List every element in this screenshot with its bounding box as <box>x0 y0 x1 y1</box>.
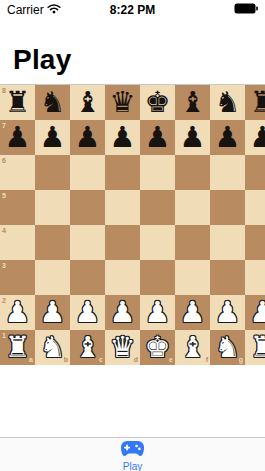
square-h3[interactable] <box>245 260 265 295</box>
square-b2[interactable]: ♟ <box>35 295 70 330</box>
file-label-g: g <box>239 356 243 363</box>
square-c6[interactable] <box>70 155 105 190</box>
square-a7[interactable]: 7♟ <box>0 120 35 155</box>
rank-label-2: 2 <box>2 297 6 304</box>
rank-label-4: 4 <box>2 227 6 234</box>
square-h8[interactable]: ♜ <box>245 85 265 120</box>
piece-black-king: ♚ <box>140 85 175 120</box>
piece-black-pawn: ♟ <box>210 120 245 155</box>
rank-label-5: 5 <box>2 192 6 199</box>
piece-black-pawn: ♟ <box>105 120 140 155</box>
square-b7[interactable]: ♟ <box>35 120 70 155</box>
nav-bar: Play <box>0 20 265 85</box>
square-f6[interactable] <box>175 155 210 190</box>
file-label-d: d <box>134 356 138 363</box>
piece-white-pawn: ♟ <box>105 295 140 330</box>
file-label-a: a <box>29 356 33 363</box>
carrier-label: Carrier <box>7 3 44 17</box>
square-h7[interactable]: ♟ <box>245 120 265 155</box>
square-a3[interactable]: 3 <box>0 260 35 295</box>
piece-white-rook: ♜ <box>245 330 265 365</box>
square-c8[interactable]: ♝ <box>70 85 105 120</box>
square-h2[interactable]: ♟ <box>245 295 265 330</box>
board-container: 8♜♞♝♛♚♝♞♜7♟♟♟♟♟♟♟♟65432♟♟♟♟♟♟♟♟1a♜b♞c♝d♛… <box>0 85 265 365</box>
square-c5[interactable] <box>70 190 105 225</box>
piece-white-pawn: ♟ <box>35 295 70 330</box>
piece-white-pawn: ♟ <box>210 295 245 330</box>
square-f5[interactable] <box>175 190 210 225</box>
square-b6[interactable] <box>35 155 70 190</box>
square-c4[interactable] <box>70 225 105 260</box>
square-f1[interactable]: f♝ <box>175 330 210 365</box>
square-a2[interactable]: 2♟ <box>0 295 35 330</box>
square-c1[interactable]: c♝ <box>70 330 105 365</box>
piece-black-pawn: ♟ <box>35 120 70 155</box>
square-f2[interactable]: ♟ <box>175 295 210 330</box>
piece-black-bishop: ♝ <box>70 85 105 120</box>
piece-black-knight: ♞ <box>35 85 70 120</box>
square-d7[interactable]: ♟ <box>105 120 140 155</box>
square-e5[interactable] <box>140 190 175 225</box>
square-d3[interactable] <box>105 260 140 295</box>
square-a5[interactable]: 5 <box>0 190 35 225</box>
square-h6[interactable] <box>245 155 265 190</box>
square-e6[interactable] <box>140 155 175 190</box>
rank-label-7: 7 <box>2 122 6 129</box>
square-a4[interactable]: 4 <box>0 225 35 260</box>
square-a8[interactable]: 8♜ <box>0 85 35 120</box>
square-g4[interactable] <box>210 225 245 260</box>
square-c3[interactable] <box>70 260 105 295</box>
piece-black-pawn: ♟ <box>245 120 265 155</box>
square-g6[interactable] <box>210 155 245 190</box>
rank-label-6: 6 <box>2 157 6 164</box>
square-e7[interactable]: ♟ <box>140 120 175 155</box>
square-h4[interactable] <box>245 225 265 260</box>
square-g5[interactable] <box>210 190 245 225</box>
rank-label-1: 1 <box>2 332 6 339</box>
piece-black-pawn: ♟ <box>140 120 175 155</box>
square-e3[interactable] <box>140 260 175 295</box>
square-a1[interactable]: 1a♜ <box>0 330 35 365</box>
square-c7[interactable]: ♟ <box>70 120 105 155</box>
square-b3[interactable] <box>35 260 70 295</box>
square-d4[interactable] <box>105 225 140 260</box>
square-d2[interactable]: ♟ <box>105 295 140 330</box>
piece-black-rook: ♜ <box>245 85 265 120</box>
square-e4[interactable] <box>140 225 175 260</box>
wifi-icon <box>47 3 61 17</box>
square-d8[interactable]: ♛ <box>105 85 140 120</box>
file-label-f: f <box>206 356 208 363</box>
square-g1[interactable]: g♞ <box>210 330 245 365</box>
piece-black-knight: ♞ <box>210 85 245 120</box>
square-h5[interactable] <box>245 190 265 225</box>
piece-white-pawn: ♟ <box>175 295 210 330</box>
gamepad-icon <box>121 441 144 460</box>
square-c2[interactable]: ♟ <box>70 295 105 330</box>
square-b4[interactable] <box>35 225 70 260</box>
square-d6[interactable] <box>105 155 140 190</box>
square-g7[interactable]: ♟ <box>210 120 245 155</box>
square-e1[interactable]: e♚ <box>140 330 175 365</box>
square-e2[interactable]: ♟ <box>140 295 175 330</box>
rank-label-3: 3 <box>2 262 6 269</box>
square-b1[interactable]: b♞ <box>35 330 70 365</box>
chess-board: 8♜♞♝♛♚♝♞♜7♟♟♟♟♟♟♟♟65432♟♟♟♟♟♟♟♟1a♜b♞c♝d♛… <box>0 85 265 365</box>
file-label-b: b <box>64 356 68 363</box>
piece-black-pawn: ♟ <box>175 120 210 155</box>
square-a6[interactable]: 6 <box>0 155 35 190</box>
tab-play-label: Play <box>123 461 142 471</box>
square-f3[interactable] <box>175 260 210 295</box>
piece-black-pawn: ♟ <box>70 120 105 155</box>
status-bar: Carrier 8:22 PM <box>0 0 265 20</box>
square-e8[interactable]: ♚ <box>140 85 175 120</box>
square-f8[interactable]: ♝ <box>175 85 210 120</box>
square-d5[interactable] <box>105 190 140 225</box>
square-g3[interactable] <box>210 260 245 295</box>
square-f7[interactable]: ♟ <box>175 120 210 155</box>
square-g2[interactable]: ♟ <box>210 295 245 330</box>
piece-black-queen: ♛ <box>105 85 140 120</box>
square-f4[interactable] <box>175 225 210 260</box>
piece-white-pawn: ♟ <box>245 295 265 330</box>
rank-label-8: 8 <box>2 87 6 94</box>
file-label-c: c <box>99 356 103 363</box>
square-b5[interactable] <box>35 190 70 225</box>
square-g8[interactable]: ♞ <box>210 85 245 120</box>
tab-bar: Play <box>0 437 265 471</box>
file-label-e: e <box>169 356 173 363</box>
square-b8[interactable]: ♞ <box>35 85 70 120</box>
piece-white-pawn: ♟ <box>70 295 105 330</box>
square-h1[interactable]: h♜ <box>245 330 265 365</box>
piece-white-pawn: ♟ <box>140 295 175 330</box>
square-d1[interactable]: d♛ <box>105 330 140 365</box>
page-title: Play <box>13 44 71 76</box>
piece-black-bishop: ♝ <box>175 85 210 120</box>
tab-play[interactable]: Play <box>103 438 163 471</box>
battery-icon <box>234 3 258 17</box>
